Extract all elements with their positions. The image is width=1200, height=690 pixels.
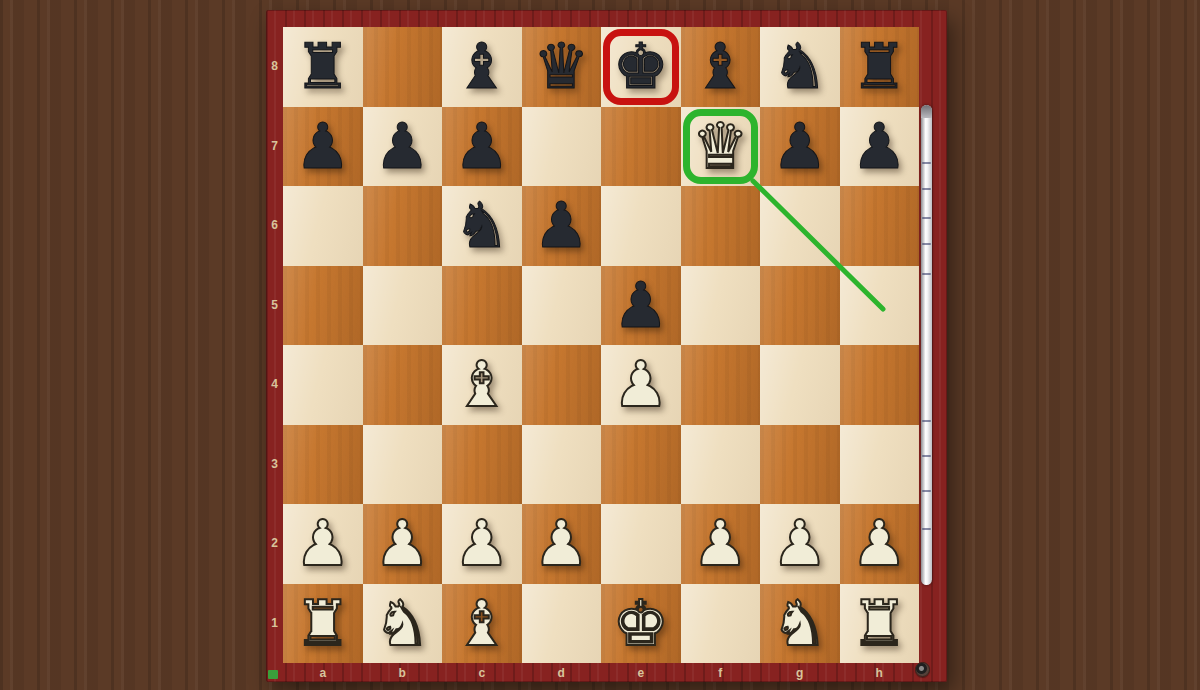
square-a8[interactable]: ♜	[283, 27, 363, 107]
file-label-a: a	[283, 665, 363, 682]
square-a4[interactable]	[283, 345, 363, 425]
square-c6[interactable]: ♞	[442, 186, 522, 266]
square-e1[interactable]: ♚	[601, 584, 681, 664]
white-pawn[interactable]: ♟	[681, 504, 761, 584]
square-c7[interactable]: ♟	[442, 107, 522, 187]
rank-label-1: 1	[266, 584, 283, 664]
black-knight[interactable]: ♞	[760, 27, 840, 107]
white-king[interactable]: ♚	[601, 584, 681, 664]
white-knight[interactable]: ♞	[760, 584, 840, 664]
square-c1[interactable]: ♝	[442, 584, 522, 664]
file-label-g: g	[760, 665, 840, 682]
board-frame: ♜♝♛♚♝♞♜♟♟♟♛♟♟♞♟♟♝♟♟♟♟♟♟♟♟♜♞♝♚♞♜ 87654321…	[266, 10, 947, 682]
square-a3[interactable]	[283, 425, 363, 505]
square-e8[interactable]: ♚	[601, 27, 681, 107]
square-f8[interactable]: ♝	[681, 27, 761, 107]
square-a1[interactable]: ♜	[283, 584, 363, 664]
rank-label-2: 2	[266, 504, 283, 584]
file-label-h: h	[840, 665, 920, 682]
board-grid: ♜♝♛♚♝♞♜♟♟♟♛♟♟♞♟♟♝♟♟♟♟♟♟♟♟♜♞♝♚♞♜	[283, 27, 919, 663]
square-a5[interactable]	[283, 266, 363, 346]
file-label-b: b	[363, 665, 443, 682]
white-queen[interactable]: ♛	[681, 107, 761, 187]
black-bishop[interactable]: ♝	[442, 27, 522, 107]
square-g7[interactable]: ♟	[760, 107, 840, 187]
slider-tick	[922, 528, 931, 530]
white-rook[interactable]: ♜	[840, 584, 920, 664]
white-bishop[interactable]: ♝	[442, 345, 522, 425]
rank-label-8: 8	[266, 27, 283, 107]
square-c5[interactable]	[442, 266, 522, 346]
square-g4[interactable]	[760, 345, 840, 425]
slider-tick	[922, 490, 931, 492]
square-e3[interactable]	[601, 425, 681, 505]
black-pawn[interactable]: ♟	[283, 107, 363, 187]
square-h2[interactable]: ♟	[840, 504, 920, 584]
square-d3[interactable]	[522, 425, 602, 505]
slider-tick	[922, 420, 931, 422]
square-g1[interactable]: ♞	[760, 584, 840, 664]
square-h8[interactable]: ♜	[840, 27, 920, 107]
square-g6[interactable]	[760, 186, 840, 266]
square-d5[interactable]	[522, 266, 602, 346]
slider-tick	[922, 455, 931, 457]
slider-tick	[922, 273, 931, 275]
white-pawn[interactable]: ♟	[760, 504, 840, 584]
white-knight[interactable]: ♞	[363, 584, 443, 664]
square-h3[interactable]	[840, 425, 920, 505]
white-bishop[interactable]: ♝	[442, 584, 522, 664]
square-e4[interactable]: ♟	[601, 345, 681, 425]
white-pawn[interactable]: ♟	[363, 504, 443, 584]
square-e2[interactable]	[601, 504, 681, 584]
square-b6[interactable]	[363, 186, 443, 266]
square-g8[interactable]: ♞	[760, 27, 840, 107]
square-d7[interactable]	[522, 107, 602, 187]
square-b4[interactable]	[363, 345, 443, 425]
square-b3[interactable]	[363, 425, 443, 505]
black-pawn[interactable]: ♟	[601, 266, 681, 346]
square-f7[interactable]: ♛	[681, 107, 761, 187]
file-labels: abcdefgh	[283, 663, 919, 682]
square-c2[interactable]: ♟	[442, 504, 522, 584]
square-c8[interactable]: ♝	[442, 27, 522, 107]
black-pawn[interactable]: ♟	[363, 107, 443, 187]
black-queen[interactable]: ♛	[522, 27, 602, 107]
file-label-c: c	[442, 665, 522, 682]
square-d6[interactable]: ♟	[522, 186, 602, 266]
square-h7[interactable]: ♟	[840, 107, 920, 187]
file-label-e: e	[601, 665, 681, 682]
square-b8[interactable]	[363, 27, 443, 107]
file-label-f: f	[681, 665, 761, 682]
square-h5[interactable]	[840, 266, 920, 346]
square-g3[interactable]	[760, 425, 840, 505]
square-b1[interactable]: ♞	[363, 584, 443, 664]
square-d4[interactable]	[522, 345, 602, 425]
square-g5[interactable]	[760, 266, 840, 346]
slider-tick	[922, 162, 931, 164]
square-e5[interactable]: ♟	[601, 266, 681, 346]
rank-label-4: 4	[266, 345, 283, 425]
black-knight[interactable]: ♞	[442, 186, 522, 266]
white-pawn[interactable]: ♟	[522, 504, 602, 584]
black-rook[interactable]: ♜	[840, 27, 920, 107]
black-bishop[interactable]: ♝	[681, 27, 761, 107]
slider-tick	[922, 243, 931, 245]
square-b2[interactable]: ♟	[363, 504, 443, 584]
square-a2[interactable]: ♟	[283, 504, 363, 584]
corner-screw-icon	[915, 662, 930, 677]
square-d1[interactable]	[522, 584, 602, 664]
white-pawn[interactable]: ♟	[283, 504, 363, 584]
square-c3[interactable]	[442, 425, 522, 505]
square-d8[interactable]: ♛	[522, 27, 602, 107]
black-pawn[interactable]: ♟	[840, 107, 920, 187]
square-b5[interactable]	[363, 266, 443, 346]
square-f5[interactable]	[681, 266, 761, 346]
rank-label-5: 5	[266, 266, 283, 346]
square-h1[interactable]: ♜	[840, 584, 920, 664]
slider-tick	[922, 217, 931, 219]
black-pawn[interactable]: ♟	[522, 186, 602, 266]
square-f4[interactable]	[681, 345, 761, 425]
white-rook[interactable]: ♜	[283, 584, 363, 664]
turn-indicator	[268, 670, 278, 679]
square-b7[interactable]: ♟	[363, 107, 443, 187]
square-e7[interactable]	[601, 107, 681, 187]
square-f3[interactable]	[681, 425, 761, 505]
square-e6[interactable]	[601, 186, 681, 266]
black-rook[interactable]: ♜	[283, 27, 363, 107]
square-h6[interactable]	[840, 186, 920, 266]
rank-label-3: 3	[266, 425, 283, 505]
square-a6[interactable]	[283, 186, 363, 266]
square-c4[interactable]: ♝	[442, 345, 522, 425]
white-pawn[interactable]: ♟	[840, 504, 920, 584]
square-f2[interactable]: ♟	[681, 504, 761, 584]
black-pawn[interactable]: ♟	[442, 107, 522, 187]
square-f6[interactable]	[681, 186, 761, 266]
rank-label-7: 7	[266, 107, 283, 187]
rank-labels: 87654321	[266, 27, 283, 663]
square-a7[interactable]: ♟	[283, 107, 363, 187]
square-h4[interactable]	[840, 345, 920, 425]
square-g2[interactable]: ♟	[760, 504, 840, 584]
white-pawn[interactable]: ♟	[601, 345, 681, 425]
white-pawn[interactable]: ♟	[442, 504, 522, 584]
square-d2[interactable]: ♟	[522, 504, 602, 584]
black-king[interactable]: ♚	[601, 27, 681, 107]
slider-tick	[922, 188, 931, 190]
file-label-d: d	[522, 665, 602, 682]
rank-label-6: 6	[266, 186, 283, 266]
square-f1[interactable]	[681, 584, 761, 664]
black-pawn[interactable]: ♟	[760, 107, 840, 187]
move-slider[interactable]	[921, 105, 932, 585]
